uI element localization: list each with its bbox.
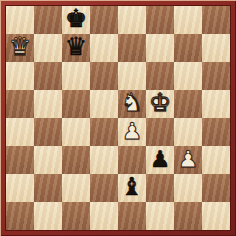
square-a4[interactable] (6, 118, 34, 146)
white-pawn: ♟ (178, 145, 199, 173)
square-b3[interactable] (34, 146, 62, 174)
square-c2[interactable] (62, 174, 90, 202)
square-h1[interactable] (202, 202, 230, 230)
square-e1[interactable] (118, 202, 146, 230)
black-king: ♚ (65, 5, 87, 33)
square-b4[interactable] (34, 118, 62, 146)
square-a5[interactable] (6, 90, 34, 118)
square-c5[interactable] (62, 90, 90, 118)
square-c7[interactable]: ♛ (62, 34, 90, 62)
square-d1[interactable] (90, 202, 118, 230)
square-a8[interactable] (6, 6, 34, 34)
square-h6[interactable] (202, 62, 230, 90)
square-c1[interactable] (62, 202, 90, 230)
square-b7[interactable] (34, 34, 62, 62)
board-frame: ♚♛♛♞♚♟♟♟♝ (0, 0, 236, 236)
square-a3[interactable] (6, 146, 34, 174)
square-f4[interactable] (146, 118, 174, 146)
square-a6[interactable] (6, 62, 34, 90)
square-g5[interactable] (174, 90, 202, 118)
square-h2[interactable] (202, 174, 230, 202)
square-d8[interactable] (90, 6, 118, 34)
square-g2[interactable] (174, 174, 202, 202)
square-b1[interactable] (34, 202, 62, 230)
white-queen: ♛ (9, 33, 31, 61)
square-g1[interactable] (174, 202, 202, 230)
square-c8[interactable]: ♚ (62, 6, 90, 34)
square-g6[interactable] (174, 62, 202, 90)
square-d7[interactable] (90, 34, 118, 62)
square-b5[interactable] (34, 90, 62, 118)
square-f3[interactable]: ♟ (146, 146, 174, 174)
white-knight: ♞ (121, 89, 143, 117)
square-g8[interactable] (174, 6, 202, 34)
square-d5[interactable] (90, 90, 118, 118)
square-f5[interactable]: ♚ (146, 90, 174, 118)
square-a1[interactable] (6, 202, 34, 230)
square-a2[interactable] (6, 174, 34, 202)
square-e8[interactable] (118, 6, 146, 34)
square-h5[interactable] (202, 90, 230, 118)
black-pawn: ♟ (150, 145, 171, 173)
square-f8[interactable] (146, 6, 174, 34)
square-e2[interactable]: ♝ (118, 174, 146, 202)
square-f1[interactable] (146, 202, 174, 230)
square-h7[interactable] (202, 34, 230, 62)
black-queen: ♛ (65, 33, 87, 61)
white-king: ♚ (149, 89, 171, 117)
square-d6[interactable] (90, 62, 118, 90)
square-g7[interactable] (174, 34, 202, 62)
white-pawn: ♟ (122, 117, 143, 145)
square-d3[interactable] (90, 146, 118, 174)
square-c4[interactable] (62, 118, 90, 146)
square-a7[interactable]: ♛ (6, 34, 34, 62)
square-h8[interactable] (202, 6, 230, 34)
chess-board: ♚♛♛♞♚♟♟♟♝ (6, 6, 230, 230)
square-b8[interactable] (34, 6, 62, 34)
square-g4[interactable] (174, 118, 202, 146)
square-b6[interactable] (34, 62, 62, 90)
square-b2[interactable] (34, 174, 62, 202)
square-g3[interactable]: ♟ (174, 146, 202, 174)
square-e4[interactable]: ♟ (118, 118, 146, 146)
square-e6[interactable] (118, 62, 146, 90)
black-bishop: ♝ (121, 173, 143, 201)
square-d4[interactable] (90, 118, 118, 146)
square-f2[interactable] (146, 174, 174, 202)
square-e5[interactable]: ♞ (118, 90, 146, 118)
square-f6[interactable] (146, 62, 174, 90)
square-d2[interactable] (90, 174, 118, 202)
square-f7[interactable] (146, 34, 174, 62)
square-e7[interactable] (118, 34, 146, 62)
square-e3[interactable] (118, 146, 146, 174)
square-c6[interactable] (62, 62, 90, 90)
square-c3[interactable] (62, 146, 90, 174)
square-h3[interactable] (202, 146, 230, 174)
square-h4[interactable] (202, 118, 230, 146)
